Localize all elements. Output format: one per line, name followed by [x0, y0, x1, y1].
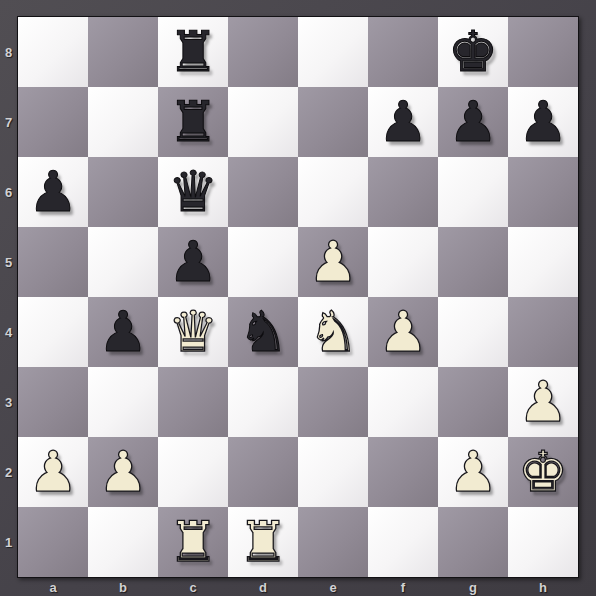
square-c4[interactable]: ♛	[158, 297, 228, 367]
square-a5[interactable]	[18, 227, 88, 297]
square-c1[interactable]: ♜	[158, 507, 228, 577]
black-pawn[interactable]: ♟	[168, 227, 218, 297]
white-pawn[interactable]: ♟	[98, 437, 148, 507]
white-pawn[interactable]: ♟	[518, 367, 568, 437]
square-c3[interactable]	[158, 367, 228, 437]
file-label-g: g	[438, 578, 508, 596]
square-b1[interactable]	[88, 507, 158, 577]
black-pawn[interactable]: ♟	[518, 87, 568, 157]
square-a7[interactable]	[18, 87, 88, 157]
square-h2[interactable]: ♚	[508, 437, 578, 507]
white-pawn[interactable]: ♟	[28, 437, 78, 507]
square-g2[interactable]: ♟	[438, 437, 508, 507]
rank-label-1: 1	[0, 507, 17, 577]
square-a4[interactable]	[18, 297, 88, 367]
square-g4[interactable]	[438, 297, 508, 367]
black-knight[interactable]: ♞	[238, 297, 288, 367]
square-d8[interactable]	[228, 17, 298, 87]
square-a8[interactable]	[18, 17, 88, 87]
rank-label-8: 8	[0, 17, 17, 87]
square-c6[interactable]: ♛	[158, 157, 228, 227]
square-d1[interactable]: ♜	[228, 507, 298, 577]
square-d4[interactable]: ♞	[228, 297, 298, 367]
square-f2[interactable]	[368, 437, 438, 507]
square-f7[interactable]: ♟	[368, 87, 438, 157]
square-h8[interactable]	[508, 17, 578, 87]
square-b4[interactable]: ♟	[88, 297, 158, 367]
square-e4[interactable]: ♞	[298, 297, 368, 367]
square-e8[interactable]	[298, 17, 368, 87]
square-d2[interactable]	[228, 437, 298, 507]
black-king[interactable]: ♚	[448, 17, 498, 87]
white-pawn[interactable]: ♟	[308, 227, 358, 297]
rank-label-4: 4	[0, 297, 17, 367]
square-b8[interactable]	[88, 17, 158, 87]
white-pawn[interactable]: ♟	[448, 437, 498, 507]
square-e1[interactable]	[298, 507, 368, 577]
square-e2[interactable]	[298, 437, 368, 507]
file-label-f: f	[368, 578, 438, 596]
square-a3[interactable]	[18, 367, 88, 437]
square-g6[interactable]	[438, 157, 508, 227]
square-f6[interactable]	[368, 157, 438, 227]
square-b3[interactable]	[88, 367, 158, 437]
black-rook[interactable]: ♜	[168, 87, 218, 157]
square-h1[interactable]	[508, 507, 578, 577]
white-rook[interactable]: ♜	[238, 507, 288, 577]
square-g8[interactable]: ♚	[438, 17, 508, 87]
square-f3[interactable]	[368, 367, 438, 437]
square-f4[interactable]: ♟	[368, 297, 438, 367]
square-h7[interactable]: ♟	[508, 87, 578, 157]
square-c7[interactable]: ♜	[158, 87, 228, 157]
square-g5[interactable]	[438, 227, 508, 297]
square-a2[interactable]: ♟	[18, 437, 88, 507]
square-c2[interactable]	[158, 437, 228, 507]
square-d5[interactable]	[228, 227, 298, 297]
square-g1[interactable]	[438, 507, 508, 577]
black-pawn[interactable]: ♟	[378, 87, 428, 157]
black-pawn[interactable]: ♟	[448, 87, 498, 157]
square-f5[interactable]	[368, 227, 438, 297]
square-g3[interactable]	[438, 367, 508, 437]
black-queen[interactable]: ♛	[168, 157, 218, 227]
file-label-h: h	[508, 578, 578, 596]
white-knight[interactable]: ♞	[308, 297, 358, 367]
square-a6[interactable]: ♟	[18, 157, 88, 227]
square-f1[interactable]	[368, 507, 438, 577]
square-b2[interactable]: ♟	[88, 437, 158, 507]
square-e7[interactable]	[298, 87, 368, 157]
black-pawn[interactable]: ♟	[28, 157, 78, 227]
square-f8[interactable]	[368, 17, 438, 87]
rank-label-6: 6	[0, 157, 17, 227]
square-d6[interactable]	[228, 157, 298, 227]
square-h4[interactable]	[508, 297, 578, 367]
rank-label-2: 2	[0, 437, 17, 507]
file-label-b: b	[88, 578, 158, 596]
square-e6[interactable]	[298, 157, 368, 227]
black-rook[interactable]: ♜	[168, 17, 218, 87]
square-h5[interactable]	[508, 227, 578, 297]
square-g7[interactable]: ♟	[438, 87, 508, 157]
chess-board[interactable]: ♜♚♜♟♟♟♟♛♟♟♟♛♞♞♟♟♟♟♟♚♜♜	[17, 16, 579, 578]
square-d7[interactable]	[228, 87, 298, 157]
rank-label-5: 5	[0, 227, 17, 297]
square-e3[interactable]	[298, 367, 368, 437]
square-c8[interactable]: ♜	[158, 17, 228, 87]
file-label-d: d	[228, 578, 298, 596]
square-h3[interactable]: ♟	[508, 367, 578, 437]
black-pawn[interactable]: ♟	[98, 297, 148, 367]
file-label-c: c	[158, 578, 228, 596]
rank-label-3: 3	[0, 367, 17, 437]
file-label-e: e	[298, 578, 368, 596]
square-e5[interactable]: ♟	[298, 227, 368, 297]
square-h6[interactable]	[508, 157, 578, 227]
white-pawn[interactable]: ♟	[378, 297, 428, 367]
white-queen[interactable]: ♛	[168, 297, 218, 367]
rank-labels: 87654321	[0, 17, 17, 577]
file-labels: abcdefgh	[18, 578, 578, 596]
file-label-a: a	[18, 578, 88, 596]
square-c5[interactable]: ♟	[158, 227, 228, 297]
square-a1[interactable]	[18, 507, 88, 577]
square-d3[interactable]	[228, 367, 298, 437]
rank-label-7: 7	[0, 87, 17, 157]
white-king[interactable]: ♚	[518, 437, 568, 507]
white-rook[interactable]: ♜	[168, 507, 218, 577]
board-frame: 87654321 ♜♚♜♟♟♟♟♛♟♟♟♛♞♞♟♟♟♟♟♚♜♜ abcdefgh	[0, 0, 596, 596]
square-b5[interactable]	[88, 227, 158, 297]
square-b6[interactable]	[88, 157, 158, 227]
square-b7[interactable]	[88, 87, 158, 157]
